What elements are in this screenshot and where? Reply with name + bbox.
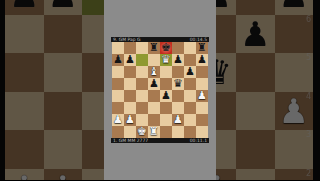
piece-black-rook: ♜ [197, 42, 207, 53]
clock-white: 00:11.1 [190, 138, 207, 143]
square-a6 [5, 15, 44, 54]
square-f8[interactable] [172, 42, 184, 54]
square-c2[interactable] [136, 114, 148, 126]
square-g7[interactable] [184, 54, 196, 66]
square-b6 [44, 15, 83, 54]
square-h6: 6 [275, 15, 314, 54]
square-h3: 3 [275, 130, 314, 169]
square-f4[interactable] [172, 90, 184, 102]
rank-label: 6 [306, 16, 311, 24]
square-b5 [44, 53, 83, 92]
square-b7: ♟ [44, 0, 83, 15]
square-g8[interactable] [184, 42, 196, 54]
rank-label: 2 [306, 170, 311, 178]
piece-black-pawn: ♟ [173, 54, 183, 65]
piece-black-king: ♚ [161, 42, 171, 53]
square-b7[interactable]: ♟ [124, 54, 136, 66]
piece-white-pawn: ♟ [173, 114, 183, 125]
square-c3[interactable] [136, 102, 148, 114]
player-bar-white: 1. GM MM 2777 00:11.1 [111, 138, 209, 143]
piece-white-pawn: ♟ [279, 94, 309, 128]
piece-white-king: ♚ [137, 126, 147, 137]
square-e2[interactable] [160, 114, 172, 126]
piece-white-pawn: ♟ [197, 90, 207, 101]
square-f6[interactable] [172, 66, 184, 78]
piece-white-queen: ♛ [161, 54, 171, 65]
square-d7[interactable] [148, 54, 160, 66]
square-d2[interactable] [148, 114, 160, 126]
square-d8[interactable]: ♜ [148, 42, 160, 54]
square-g3[interactable] [184, 102, 196, 114]
square-g6[interactable]: ♟ [184, 66, 196, 78]
piece-white-bishop: ♝ [149, 66, 159, 77]
square-f5[interactable]: ♛ [172, 78, 184, 90]
piece-white-pawn: ♟ [113, 114, 123, 125]
square-h1[interactable] [196, 126, 208, 138]
square-c8[interactable] [136, 42, 148, 54]
square-h5: 5 [275, 53, 314, 92]
piece-black-pawn: ♟ [185, 66, 195, 77]
rank-label: 4 [306, 93, 311, 101]
piece-white-pawn: ♟ [9, 171, 39, 180]
rank-label: 5 [306, 54, 311, 62]
square-f3[interactable] [172, 102, 184, 114]
square-h5[interactable] [196, 78, 208, 90]
square-g7 [236, 0, 275, 15]
square-e7[interactable]: ♛ [160, 54, 172, 66]
square-b8[interactable] [124, 42, 136, 54]
square-d6[interactable]: ♝ [148, 66, 160, 78]
chessboard[interactable]: ♜♚♜♟♟♛♟♟♝♟♟♛♟♟♟♟♟♚♜ [112, 42, 208, 138]
square-c4[interactable] [136, 90, 148, 102]
square-g2[interactable] [184, 114, 196, 126]
square-f2[interactable]: ♟ [172, 114, 184, 126]
square-h8[interactable]: ♜ [196, 42, 208, 54]
rank-label: 3 [306, 131, 311, 139]
square-c6[interactable] [136, 66, 148, 78]
square-d1[interactable]: ♜ [148, 126, 160, 138]
piece-black-pawn: ♟ [9, 0, 39, 12]
square-g4[interactable] [184, 90, 196, 102]
square-b4[interactable] [124, 90, 136, 102]
square-e6[interactable] [160, 66, 172, 78]
piece-black-pawn: ♟ [48, 0, 78, 12]
square-e4[interactable]: ♟ [160, 90, 172, 102]
square-e3[interactable] [160, 102, 172, 114]
square-g5[interactable] [184, 78, 196, 90]
square-d5[interactable]: ♟ [148, 78, 160, 90]
square-a7: ♟ [5, 0, 44, 15]
square-f7[interactable]: ♟ [172, 54, 184, 66]
square-d4[interactable] [148, 90, 160, 102]
square-a4 [5, 92, 44, 131]
square-b4 [44, 92, 83, 131]
square-a5 [5, 53, 44, 92]
square-g4 [236, 92, 275, 131]
piece-black-rook: ♜ [149, 42, 159, 53]
square-g1[interactable] [184, 126, 196, 138]
square-a3[interactable] [112, 102, 124, 114]
square-a3 [5, 130, 44, 169]
square-e1[interactable] [160, 126, 172, 138]
piece-black-queen: ♛ [173, 78, 183, 89]
piece-black-pawn: ♟ [240, 17, 270, 51]
square-h6[interactable] [196, 66, 208, 78]
square-h2: 2 [275, 169, 314, 181]
piece-black-pawn: ♟ [149, 78, 159, 89]
square-d3[interactable] [148, 102, 160, 114]
square-c7[interactable] [136, 54, 148, 66]
square-b3 [44, 130, 83, 169]
player-name-white: 1. GM MM 2777 [113, 138, 148, 143]
square-b3[interactable] [124, 102, 136, 114]
square-g5 [236, 53, 275, 92]
square-a2: ♟ [5, 169, 44, 181]
square-h7[interactable]: ♟ [196, 54, 208, 66]
square-g3 [236, 130, 275, 169]
square-e8[interactable]: ♚ [160, 42, 172, 54]
piece-white-pawn: ♟ [48, 171, 78, 180]
square-h3[interactable] [196, 102, 208, 114]
square-b6[interactable] [124, 66, 136, 78]
left-edge-bar [0, 0, 5, 180]
square-b2[interactable]: ♟ [124, 114, 136, 126]
square-a4[interactable] [112, 90, 124, 102]
piece-black-pawn: ♟ [125, 54, 135, 65]
piece-black-pawn: ♟ [279, 0, 309, 12]
square-a7[interactable]: ♟ [112, 54, 124, 66]
piece-black-pawn: ♟ [113, 54, 123, 65]
piece-white-pawn: ♟ [125, 114, 135, 125]
square-g2 [236, 169, 275, 181]
square-h2[interactable] [196, 114, 208, 126]
square-h4[interactable]: ♟ [196, 90, 208, 102]
square-b1[interactable] [124, 126, 136, 138]
square-h4: ♟4 [275, 92, 314, 131]
square-a5[interactable] [112, 78, 124, 90]
square-g6: ♟ [236, 15, 275, 54]
square-a2[interactable]: ♟ [112, 114, 124, 126]
square-f1[interactable] [172, 126, 184, 138]
square-a8[interactable] [112, 42, 124, 54]
square-a1[interactable] [112, 126, 124, 138]
square-e5[interactable] [160, 78, 172, 90]
square-b5[interactable] [124, 78, 136, 90]
square-b2: ♟ [44, 169, 83, 181]
square-a6[interactable] [112, 66, 124, 78]
piece-black-pawn: ♟ [161, 90, 171, 101]
square-c5[interactable] [136, 78, 148, 90]
square-h7: ♟7 [275, 0, 314, 15]
square-c1[interactable]: ♚ [136, 126, 148, 138]
piece-black-pawn: ♟ [197, 54, 207, 65]
piece-white-rook: ♜ [149, 126, 159, 137]
right-edge-bar [313, 0, 320, 180]
